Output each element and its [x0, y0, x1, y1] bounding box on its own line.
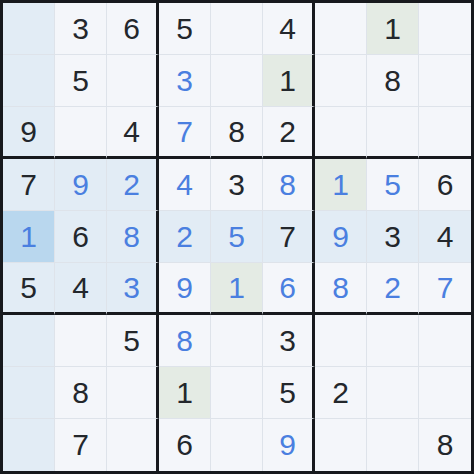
- cell-r8c8[interactable]: [367, 367, 419, 419]
- cell-r2c9[interactable]: [419, 55, 471, 107]
- cell-r7c1[interactable]: [3, 315, 55, 367]
- cell-r5c7[interactable]: 9: [315, 211, 367, 263]
- cell-r5c9[interactable]: 4: [419, 211, 471, 263]
- cell-r6c8[interactable]: 2: [367, 263, 419, 315]
- cell-r8c9[interactable]: [419, 367, 471, 419]
- cell-r3c4[interactable]: 7: [159, 107, 211, 159]
- cell-r9c9[interactable]: 8: [419, 419, 471, 471]
- cell-r4c9[interactable]: 6: [419, 159, 471, 211]
- cell-r5c2[interactable]: 6: [55, 211, 107, 263]
- cell-r4c6[interactable]: 8: [263, 159, 315, 211]
- cell-r1c8[interactable]: 1: [367, 3, 419, 55]
- cell-r2c1[interactable]: [3, 55, 55, 107]
- cell-r3c9[interactable]: [419, 107, 471, 159]
- cell-r2c8[interactable]: 8: [367, 55, 419, 107]
- cell-r5c4[interactable]: 2: [159, 211, 211, 263]
- cell-r4c1[interactable]: 7: [3, 159, 55, 211]
- cell-r6c2[interactable]: 4: [55, 263, 107, 315]
- cell-r2c4[interactable]: 3: [159, 55, 211, 107]
- cell-r8c5[interactable]: [211, 367, 263, 419]
- cell-r1c4[interactable]: 5: [159, 3, 211, 55]
- cell-r6c9[interactable]: 7: [419, 263, 471, 315]
- cell-r1c7[interactable]: [315, 3, 367, 55]
- cell-r6c1[interactable]: 5: [3, 263, 55, 315]
- cell-r9c3[interactable]: [107, 419, 159, 471]
- cell-r7c6[interactable]: 3: [263, 315, 315, 367]
- cell-r3c3[interactable]: 4: [107, 107, 159, 159]
- cell-r8c1[interactable]: [3, 367, 55, 419]
- cell-r8c4[interactable]: 1: [159, 367, 211, 419]
- cell-r7c7[interactable]: [315, 315, 367, 367]
- cell-r4c3[interactable]: 2: [107, 159, 159, 211]
- cell-r6c6[interactable]: 6: [263, 263, 315, 315]
- cell-r1c9[interactable]: [419, 3, 471, 55]
- cell-r5c6[interactable]: 7: [263, 211, 315, 263]
- cell-r2c2[interactable]: 5: [55, 55, 107, 107]
- cell-r3c5[interactable]: 8: [211, 107, 263, 159]
- cell-r5c5[interactable]: 5: [211, 211, 263, 263]
- cell-r7c4[interactable]: 8: [159, 315, 211, 367]
- cell-r1c2[interactable]: 3: [55, 3, 107, 55]
- cell-r9c7[interactable]: [315, 419, 367, 471]
- cell-r5c3[interactable]: 8: [107, 211, 159, 263]
- cell-r6c3[interactable]: 3: [107, 263, 159, 315]
- cell-r1c1[interactable]: [3, 3, 55, 55]
- cell-r4c7[interactable]: 1: [315, 159, 367, 211]
- cell-r9c6[interactable]: 9: [263, 419, 315, 471]
- cell-r3c8[interactable]: [367, 107, 419, 159]
- cell-r1c6[interactable]: 4: [263, 3, 315, 55]
- cell-r1c5[interactable]: [211, 3, 263, 55]
- cell-r2c5[interactable]: [211, 55, 263, 107]
- cell-r7c5[interactable]: [211, 315, 263, 367]
- cell-r9c1[interactable]: [3, 419, 55, 471]
- cell-r8c6[interactable]: 5: [263, 367, 315, 419]
- cell-r2c3[interactable]: [107, 55, 159, 107]
- cell-r3c7[interactable]: [315, 107, 367, 159]
- cell-r7c3[interactable]: 5: [107, 315, 159, 367]
- cell-r9c5[interactable]: [211, 419, 263, 471]
- cell-r3c1[interactable]: 9: [3, 107, 55, 159]
- cell-r7c8[interactable]: [367, 315, 419, 367]
- cell-r8c2[interactable]: 8: [55, 367, 107, 419]
- cell-r7c9[interactable]: [419, 315, 471, 367]
- cell-r9c2[interactable]: 7: [55, 419, 107, 471]
- cell-r4c8[interactable]: 5: [367, 159, 419, 211]
- cell-r9c8[interactable]: [367, 419, 419, 471]
- cell-r3c6[interactable]: 2: [263, 107, 315, 159]
- cell-r4c5[interactable]: 3: [211, 159, 263, 211]
- cell-r1c3[interactable]: 6: [107, 3, 159, 55]
- cell-r5c1[interactable]: 1: [3, 211, 55, 263]
- cell-r6c5[interactable]: 1: [211, 263, 263, 315]
- cell-r8c7[interactable]: 2: [315, 367, 367, 419]
- cell-r3c2[interactable]: [55, 107, 107, 159]
- cell-r2c7[interactable]: [315, 55, 367, 107]
- cell-r9c4[interactable]: 6: [159, 419, 211, 471]
- cell-r2c6[interactable]: 1: [263, 55, 315, 107]
- cell-r4c2[interactable]: 9: [55, 159, 107, 211]
- sudoku-board: 3654153189478279243815616825793454391682…: [0, 0, 474, 474]
- cell-r4c4[interactable]: 4: [159, 159, 211, 211]
- cell-r6c7[interactable]: 8: [315, 263, 367, 315]
- cell-r8c3[interactable]: [107, 367, 159, 419]
- cell-r7c2[interactable]: [55, 315, 107, 367]
- cell-r5c8[interactable]: 3: [367, 211, 419, 263]
- cell-r6c4[interactable]: 9: [159, 263, 211, 315]
